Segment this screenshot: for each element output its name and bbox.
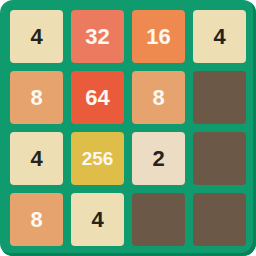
empty-cell-r4c4 [193,193,246,246]
tile-64-r2c2: 64 [71,71,124,124]
tile-16-r1c3: 16 [132,10,185,63]
empty-cell-r2c4 [193,71,246,124]
tile-8-r2c3: 8 [132,71,185,124]
tile-4-r4c2: 4 [71,193,124,246]
tile-256-r3c2: 256 [71,132,124,185]
empty-cell-r4c3 [132,193,185,246]
game-board-2048[interactable]: 43216486484256284 [0,0,256,256]
tile-8-r2c1: 8 [10,71,63,124]
tile-4-r3c1: 4 [10,132,63,185]
tile-32-r1c2: 32 [71,10,124,63]
empty-cell-r3c4 [193,132,246,185]
tile-8-r4c1: 8 [10,193,63,246]
tile-4-r1c4: 4 [193,10,246,63]
tile-2-r3c3: 2 [132,132,185,185]
tile-4-r1c1: 4 [10,10,63,63]
